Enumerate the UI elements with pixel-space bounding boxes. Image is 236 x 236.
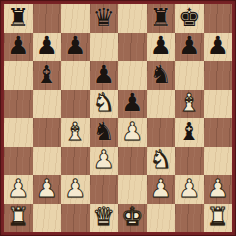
black-king-icon: ♚: [178, 5, 200, 30]
square-g6[interactable]: [175, 61, 204, 90]
square-e3[interactable]: [118, 147, 147, 176]
black-queen-icon: ♛: [93, 5, 115, 30]
square-b5[interactable]: [33, 90, 62, 119]
square-e4[interactable]: ♟: [118, 118, 147, 147]
black-pawn-icon: ♟: [207, 33, 229, 58]
square-f8[interactable]: ♜: [147, 4, 176, 33]
white-pawn-icon: ♟: [93, 147, 115, 172]
square-c7[interactable]: ♟: [61, 33, 90, 62]
square-f5[interactable]: [147, 90, 176, 119]
square-e5[interactable]: ♟: [118, 90, 147, 119]
square-a6[interactable]: [4, 61, 33, 90]
square-d7[interactable]: [90, 33, 119, 62]
square-g3[interactable]: [175, 147, 204, 176]
square-g8[interactable]: ♚: [175, 4, 204, 33]
square-a5[interactable]: [4, 90, 33, 119]
white-queen-icon: ♛: [93, 204, 115, 229]
square-h4[interactable]: [204, 118, 233, 147]
square-e1[interactable]: ♚: [118, 204, 147, 233]
square-a7[interactable]: ♟: [4, 33, 33, 62]
black-pawn-icon: ♟: [150, 33, 172, 58]
square-e7[interactable]: [118, 33, 147, 62]
black-pawn-icon: ♟: [178, 33, 200, 58]
square-h1[interactable]: ♜: [204, 204, 233, 233]
square-f4[interactable]: [147, 118, 176, 147]
square-c5[interactable]: [61, 90, 90, 119]
square-h7[interactable]: ♟: [204, 33, 233, 62]
square-b3[interactable]: [33, 147, 62, 176]
white-bishop-icon: ♝: [64, 119, 86, 144]
white-pawn-icon: ♟: [207, 176, 229, 201]
square-f7[interactable]: ♟: [147, 33, 176, 62]
square-c3[interactable]: [61, 147, 90, 176]
square-c8[interactable]: [61, 4, 90, 33]
white-pawn-icon: ♟: [150, 176, 172, 201]
black-knight-icon: ♞: [150, 62, 172, 87]
white-pawn-icon: ♟: [36, 176, 58, 201]
square-a1[interactable]: ♜: [4, 204, 33, 233]
chess-board-frame: ♜♛♜♚♟♟♟♟♟♟♝♟♞♞♟♝♝♞♟♝♟♞♟♟♟♟♟♟♜♛♚♜: [0, 0, 236, 236]
square-a2[interactable]: ♟: [4, 175, 33, 204]
square-a3[interactable]: [4, 147, 33, 176]
square-b6[interactable]: ♝: [33, 61, 62, 90]
square-d3[interactable]: ♟: [90, 147, 119, 176]
black-pawn-icon: ♟: [93, 62, 115, 87]
black-bishop-icon: ♝: [178, 119, 200, 144]
square-h2[interactable]: ♟: [204, 175, 233, 204]
black-rook-icon: ♜: [150, 5, 172, 30]
white-pawn-icon: ♟: [7, 176, 29, 201]
white-pawn-icon: ♟: [64, 176, 86, 201]
square-f1[interactable]: [147, 204, 176, 233]
square-g4[interactable]: ♝: [175, 118, 204, 147]
square-c1[interactable]: [61, 204, 90, 233]
square-e2[interactable]: [118, 175, 147, 204]
square-e6[interactable]: [118, 61, 147, 90]
square-h8[interactable]: [204, 4, 233, 33]
black-rook-icon: ♜: [7, 5, 29, 30]
white-bishop-icon: ♝: [178, 90, 200, 115]
square-g7[interactable]: ♟: [175, 33, 204, 62]
black-pawn-icon: ♟: [7, 33, 29, 58]
square-b1[interactable]: [33, 204, 62, 233]
square-a4[interactable]: [4, 118, 33, 147]
white-king-icon: ♚: [121, 204, 143, 229]
square-d1[interactable]: ♛: [90, 204, 119, 233]
white-rook-icon: ♜: [207, 204, 229, 229]
square-d4[interactable]: ♞: [90, 118, 119, 147]
white-knight-icon: ♞: [150, 147, 172, 172]
square-b8[interactable]: [33, 4, 62, 33]
square-c4[interactable]: ♝: [61, 118, 90, 147]
chess-board: ♜♛♜♚♟♟♟♟♟♟♝♟♞♞♟♝♝♞♟♝♟♞♟♟♟♟♟♟♜♛♚♜: [4, 4, 232, 232]
square-b7[interactable]: ♟: [33, 33, 62, 62]
square-d2[interactable]: [90, 175, 119, 204]
black-pawn-icon: ♟: [121, 90, 143, 115]
black-pawn-icon: ♟: [36, 33, 58, 58]
square-a8[interactable]: ♜: [4, 4, 33, 33]
square-d6[interactable]: ♟: [90, 61, 119, 90]
square-c6[interactable]: [61, 61, 90, 90]
square-f6[interactable]: ♞: [147, 61, 176, 90]
white-pawn-icon: ♟: [178, 176, 200, 201]
black-pawn-icon: ♟: [64, 33, 86, 58]
square-c2[interactable]: ♟: [61, 175, 90, 204]
square-f2[interactable]: ♟: [147, 175, 176, 204]
square-h6[interactable]: [204, 61, 233, 90]
square-g5[interactable]: ♝: [175, 90, 204, 119]
square-d8[interactable]: ♛: [90, 4, 119, 33]
square-b2[interactable]: ♟: [33, 175, 62, 204]
square-b4[interactable]: [33, 118, 62, 147]
square-h3[interactable]: [204, 147, 233, 176]
square-f3[interactable]: ♞: [147, 147, 176, 176]
black-bishop-icon: ♝: [36, 62, 58, 87]
white-pawn-icon: ♟: [121, 119, 143, 144]
square-g2[interactable]: ♟: [175, 175, 204, 204]
square-h5[interactable]: [204, 90, 233, 119]
square-d5[interactable]: ♞: [90, 90, 119, 119]
square-e8[interactable]: [118, 4, 147, 33]
square-g1[interactable]: [175, 204, 204, 233]
white-knight-icon: ♞: [93, 90, 115, 115]
black-knight-icon: ♞: [93, 119, 115, 144]
white-rook-icon: ♜: [7, 204, 29, 229]
